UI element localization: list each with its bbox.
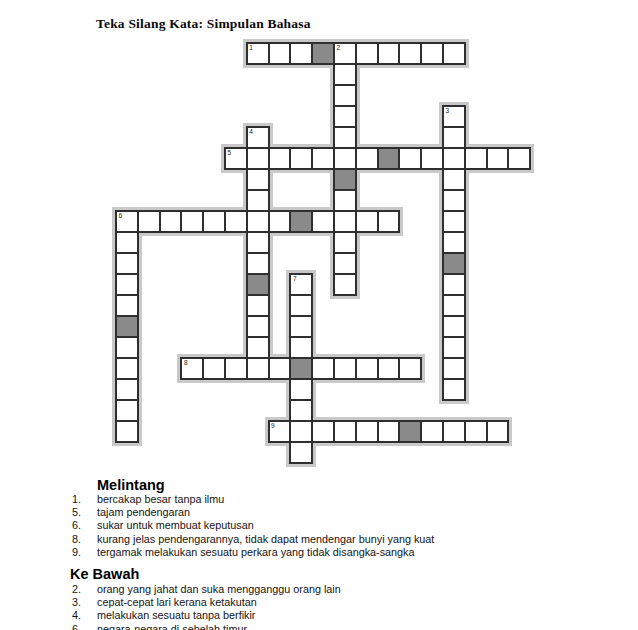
crossword-cell[interactable] <box>442 126 466 149</box>
gray-separator-cell <box>377 147 401 170</box>
crossword-cell[interactable] <box>268 147 292 170</box>
crossword-cell[interactable] <box>377 420 401 443</box>
crossword-cell[interactable] <box>202 210 226 233</box>
crossword-cell[interactable] <box>224 357 248 380</box>
crossword-cell[interactable] <box>115 399 139 422</box>
clue-number: 6. <box>72 623 97 630</box>
clue-item: 1.bercakap besar tanpa ilmu <box>72 493 434 506</box>
crossword-cell[interactable] <box>159 210 183 233</box>
page-title: Teka Silang Kata: Simpulan Bahasa <box>96 15 311 32</box>
crossword-cell[interactable] <box>333 63 357 86</box>
crossword-cell[interactable] <box>355 42 379 65</box>
crossword-cell[interactable] <box>442 357 466 380</box>
crossword-cell[interactable]: 4 <box>246 126 270 149</box>
cell-number: 9 <box>271 422 275 429</box>
crossword-cell[interactable] <box>268 42 292 65</box>
clue-text: melakukan sesuatu tanpa berfikir <box>97 609 255 622</box>
crossword-cell[interactable]: 8 <box>180 357 204 380</box>
clue-number: 1. <box>72 493 97 506</box>
clue-text: tajam pendengaran <box>97 506 190 519</box>
crossword-cell[interactable] <box>246 252 270 275</box>
crossword-cell[interactable] <box>442 231 466 254</box>
crossword-cell[interactable]: 3 <box>442 105 466 128</box>
crossword-cell[interactable] <box>333 147 357 170</box>
crossword-cell[interactable] <box>311 357 335 380</box>
crossword-cell[interactable] <box>355 147 379 170</box>
crossword-cell[interactable] <box>420 420 444 443</box>
crossword-cell[interactable] <box>442 315 466 338</box>
crossword-cell[interactable]: 7 <box>289 273 313 296</box>
cell-number: 8 <box>184 359 188 366</box>
crossword-cell[interactable]: 2 <box>333 42 357 65</box>
across-clues-heading: Melintang <box>97 477 165 494</box>
crossword-cell[interactable] <box>289 42 313 65</box>
crossword-cell[interactable] <box>464 420 488 443</box>
crossword-cell[interactable] <box>246 147 270 170</box>
clue-text: negara-negara di sebelah timur <box>97 623 247 630</box>
crossword-cell[interactable]: 6 <box>115 210 139 233</box>
crossword-cell[interactable] <box>289 399 313 422</box>
gray-separator-cell <box>398 420 422 443</box>
crossword-board: 123456789 <box>115 42 529 462</box>
crossword-cell[interactable] <box>333 273 357 296</box>
crossword-cell[interactable] <box>442 336 466 359</box>
clue-item: 5.tajam pendengaran <box>72 506 434 519</box>
crossword-cell[interactable] <box>398 357 422 380</box>
clue-text: bercakap besar tanpa ilmu <box>97 493 224 506</box>
crossword-cell[interactable] <box>442 168 466 191</box>
crossword-cell[interactable] <box>333 126 357 149</box>
clue-text: tergamak melakukan sesuatu perkara yang … <box>97 546 415 559</box>
crossword-cell[interactable] <box>333 189 357 212</box>
crossword-cell[interactable] <box>180 210 204 233</box>
cell-number: 6 <box>119 212 123 219</box>
clue-number: 3. <box>72 596 97 609</box>
crossword-cell[interactable] <box>115 231 139 254</box>
crossword-cell[interactable] <box>420 147 444 170</box>
crossword-cell[interactable] <box>289 420 313 443</box>
crossword-cell[interactable] <box>355 357 379 380</box>
crossword-cell[interactable] <box>246 189 270 212</box>
crossword-cell[interactable] <box>333 357 357 380</box>
clue-item: 8.kurang jelas pendengarannya, tidak dap… <box>72 533 434 546</box>
crossword-cell[interactable] <box>442 42 466 65</box>
gray-separator-cell <box>442 252 466 275</box>
crossword-cell[interactable] <box>115 378 139 401</box>
crossword-cell[interactable] <box>377 42 401 65</box>
cell-number: 3 <box>445 107 449 114</box>
crossword-cell[interactable] <box>246 294 270 317</box>
cell-number: 4 <box>249 128 253 135</box>
gray-separator-cell <box>115 315 139 338</box>
cell-number: 5 <box>227 149 231 156</box>
crossword-cell[interactable] <box>420 42 444 65</box>
clue-text: orang yang jahat dan suka mengganggu ora… <box>97 583 341 596</box>
clue-item: 6.sukar untuk membuat keputusan <box>72 519 434 532</box>
gray-separator-cell <box>333 168 357 191</box>
crossword-cell[interactable] <box>398 147 422 170</box>
clue-item: 2.orang yang jahat dan suka mengganggu o… <box>72 583 341 596</box>
crossword-cell[interactable] <box>377 357 401 380</box>
crossword-cell[interactable] <box>289 441 313 464</box>
crossword-cell[interactable] <box>464 147 488 170</box>
crossword-cell[interactable] <box>333 231 357 254</box>
crossword-cell[interactable] <box>246 210 270 233</box>
crossword-cell[interactable] <box>289 378 313 401</box>
crossword-cell[interactable] <box>442 210 466 233</box>
crossword-cell[interactable] <box>333 84 357 107</box>
crossword-cell[interactable] <box>311 147 335 170</box>
crossword-cell[interactable] <box>442 378 466 401</box>
cell-number: 7 <box>293 275 297 282</box>
crossword-cell[interactable] <box>115 252 139 275</box>
crossword-cell[interactable] <box>246 231 270 254</box>
gray-separator-cell <box>289 357 313 380</box>
across-clue-list: 1.bercakap besar tanpa ilmu5.tajam pende… <box>72 493 434 560</box>
crossword-cell[interactable]: 1 <box>246 42 270 65</box>
crossword-cell[interactable] <box>486 420 510 443</box>
clue-text: cepat-cepat lari kerana ketakutan <box>97 596 257 609</box>
clue-number: 4. <box>72 609 97 622</box>
crossword-cell[interactable] <box>246 336 270 359</box>
clue-number: 6. <box>72 519 97 532</box>
crossword-cell[interactable]: 5 <box>224 147 248 170</box>
crossword-cell[interactable] <box>268 357 292 380</box>
clue-number: 9. <box>72 546 97 559</box>
clue-item: 4.melakukan sesuatu tanpa berfikir <box>72 609 341 622</box>
clue-number: 8. <box>72 533 97 546</box>
crossword-cell[interactable] <box>355 210 379 233</box>
crossword-cell[interactable] <box>115 294 139 317</box>
crossword-cell[interactable] <box>289 315 313 338</box>
crossword-cell[interactable] <box>246 357 270 380</box>
gray-separator-cell <box>246 273 270 296</box>
crossword-cell[interactable] <box>377 210 401 233</box>
crossword-cell[interactable] <box>507 147 531 170</box>
crossword-cell[interactable] <box>311 210 335 233</box>
crossword-cell[interactable] <box>115 273 139 296</box>
crossword-cell[interactable] <box>442 294 466 317</box>
crossword-cell[interactable] <box>355 420 379 443</box>
clue-number: 2. <box>72 583 97 596</box>
crossword-cell[interactable] <box>115 357 139 380</box>
crossword-cell[interactable] <box>246 315 270 338</box>
crossword-cell[interactable] <box>224 210 248 233</box>
down-clues-heading: Ke Bawah <box>70 566 139 583</box>
crossword-cell[interactable]: 9 <box>268 420 292 443</box>
crossword-cell[interactable] <box>202 357 226 380</box>
crossword-cell[interactable] <box>486 147 510 170</box>
gray-separator-cell <box>311 42 335 65</box>
crossword-cell[interactable] <box>289 147 313 170</box>
crossword-cell[interactable] <box>311 420 335 443</box>
crossword-cell[interactable] <box>333 105 357 128</box>
clue-text: sukar untuk membuat keputusan <box>97 519 254 532</box>
crossword-cell[interactable] <box>137 210 161 233</box>
crossword-cell[interactable] <box>289 336 313 359</box>
cell-number: 2 <box>336 44 340 51</box>
down-clue-list: 2.orang yang jahat dan suka mengganggu o… <box>72 583 341 630</box>
crossword-cell[interactable] <box>268 210 292 233</box>
crossword-cell[interactable] <box>333 252 357 275</box>
crossword-cell[interactable] <box>115 420 139 443</box>
crossword-cell[interactable] <box>442 147 466 170</box>
crossword-cell[interactable] <box>442 273 466 296</box>
crossword-cell[interactable] <box>398 42 422 65</box>
clue-text: kurang jelas pendengarannya, tidak dapat… <box>97 533 434 546</box>
clue-item: 3.cepat-cepat lari kerana ketakutan <box>72 596 341 609</box>
crossword-cell[interactable] <box>246 168 270 191</box>
crossword-cell[interactable] <box>442 420 466 443</box>
crossword-cell[interactable] <box>333 420 357 443</box>
crossword-cell[interactable] <box>289 294 313 317</box>
clue-item: 9.tergamak melakukan sesuatu perkara yan… <box>72 546 434 559</box>
crossword-cell[interactable] <box>115 336 139 359</box>
crossword-cell[interactable] <box>442 189 466 212</box>
cell-number: 1 <box>249 44 253 51</box>
crossword-cell[interactable] <box>333 210 357 233</box>
clue-number: 5. <box>72 506 97 519</box>
clue-item: 6.negara-negara di sebelah timur <box>72 623 341 630</box>
gray-separator-cell <box>289 210 313 233</box>
